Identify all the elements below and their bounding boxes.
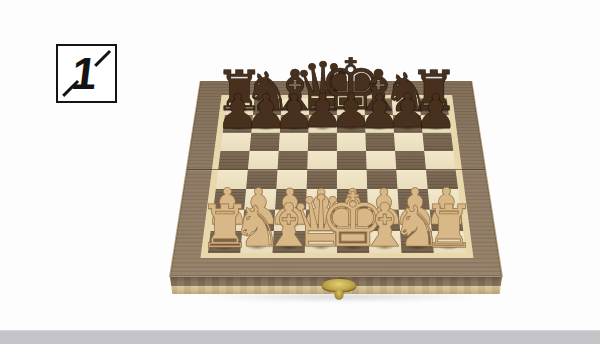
board-square <box>419 99 449 116</box>
board-square <box>399 210 432 231</box>
board-square <box>432 231 466 253</box>
board-square <box>394 133 424 151</box>
board-square <box>395 151 426 170</box>
board-square <box>276 170 307 190</box>
photo-stage: 1 ♜♞♝♛♚♝♞♜♟♟♟♟♟♟♟♟♟♟♟♟♟♟♟♟♜♞♝♛♚♝♞♜ <box>0 0 600 344</box>
board-square <box>309 99 337 116</box>
board-square <box>397 189 429 209</box>
board-square <box>305 231 337 253</box>
board-square <box>223 115 253 132</box>
board-square <box>428 189 461 209</box>
board-square <box>305 210 337 231</box>
board-square <box>368 210 400 231</box>
board-square <box>221 133 252 151</box>
board-square <box>365 115 394 132</box>
board-square <box>242 210 275 231</box>
board-square <box>253 99 282 116</box>
board-square <box>248 151 279 170</box>
board-square <box>275 189 307 209</box>
board-square <box>424 151 455 170</box>
board-square <box>250 133 280 151</box>
board-square <box>240 231 274 253</box>
board-square <box>278 151 308 170</box>
board-square <box>337 170 367 190</box>
board-square <box>211 210 245 231</box>
item-number: 1 <box>55 46 119 101</box>
board-square <box>430 210 464 231</box>
board-square <box>400 231 434 253</box>
board-square <box>367 170 398 190</box>
board-square <box>213 189 246 209</box>
fold-seam <box>187 169 486 170</box>
board-square <box>279 133 309 151</box>
board-square <box>306 189 337 209</box>
chessboard-squares <box>208 99 466 254</box>
board-square <box>369 231 402 253</box>
board-square <box>392 99 421 116</box>
board-square <box>367 189 399 209</box>
board-square <box>307 151 337 170</box>
board-square <box>218 151 249 170</box>
board-square <box>281 99 309 116</box>
board-square <box>337 115 366 132</box>
bottom-bar <box>0 330 600 344</box>
brass-clasp-icon <box>322 279 356 292</box>
board-square <box>337 151 367 170</box>
board-square <box>337 133 366 151</box>
board-square <box>251 115 281 132</box>
board-square <box>308 115 337 132</box>
board-square <box>308 133 337 151</box>
board-square <box>272 231 305 253</box>
board-square <box>337 189 368 209</box>
board-square <box>274 210 306 231</box>
board-square <box>225 99 255 116</box>
board-square <box>426 170 458 190</box>
board-square <box>421 115 451 132</box>
board-square <box>337 99 365 116</box>
board-square <box>246 170 277 190</box>
board-square <box>216 170 248 190</box>
board-square <box>422 133 453 151</box>
board-square <box>280 115 309 132</box>
board-square <box>396 170 428 190</box>
board-square <box>244 189 276 209</box>
chessboard-case-top <box>169 81 503 277</box>
board-square <box>307 170 337 190</box>
board-square <box>337 231 369 253</box>
board-square <box>208 231 242 253</box>
board-square <box>337 210 369 231</box>
board-maple-border <box>200 95 473 258</box>
item-number-badge: 1 <box>56 44 117 103</box>
board-square <box>365 133 395 151</box>
board-square <box>366 151 396 170</box>
board-square <box>393 115 423 132</box>
board-square <box>364 99 393 116</box>
